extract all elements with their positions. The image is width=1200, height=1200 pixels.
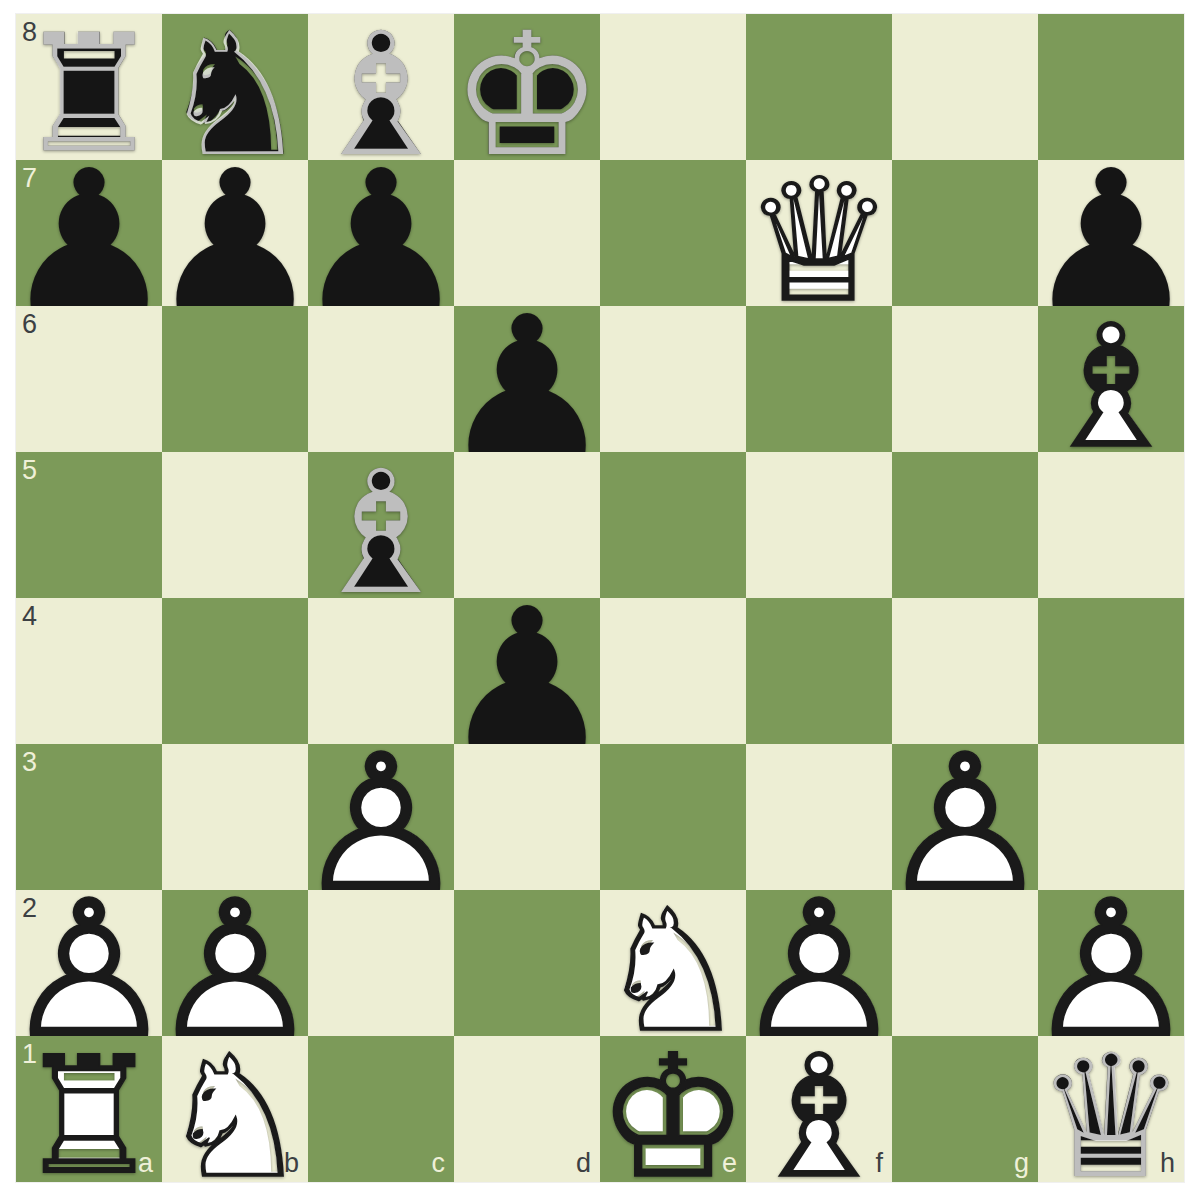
square-g6[interactable] xyxy=(892,306,1038,452)
white-bishop[interactable]: ♝♗ xyxy=(746,1036,892,1182)
piece-outline-glyph: ♗ xyxy=(1038,314,1184,460)
piece-outline-glyph: ♕ xyxy=(1038,1044,1184,1190)
white-pawn[interactable]: ♟♙ xyxy=(308,744,454,890)
square-d6[interactable]: ♟ xyxy=(454,306,600,452)
square-d4[interactable]: ♟ xyxy=(454,598,600,744)
square-h1[interactable]: h♛♕ xyxy=(1038,1036,1184,1182)
rank-label-4: 4 xyxy=(22,603,37,630)
piece-outline-glyph: ♗ xyxy=(308,460,454,606)
square-c5[interactable]: ♝♗ xyxy=(308,452,454,598)
file-label-g: g xyxy=(1014,1150,1029,1177)
square-f2[interactable]: ♟♙ xyxy=(746,890,892,1036)
piece-outline-glyph: ♙ xyxy=(308,753,454,899)
square-g2[interactable] xyxy=(892,890,1038,1036)
piece-outline-glyph: ♔ xyxy=(454,22,600,168)
square-d1[interactable]: d xyxy=(454,1036,600,1182)
square-e5[interactable] xyxy=(600,452,746,598)
white-pawn[interactable]: ♟♙ xyxy=(162,890,308,1036)
piece-outline-glyph: ♙ xyxy=(892,753,1038,899)
square-h5[interactable] xyxy=(1038,452,1184,598)
black-pawn[interactable]: ♟ xyxy=(454,306,600,452)
black-king[interactable]: ♚♔ xyxy=(454,14,600,160)
square-e7[interactable] xyxy=(600,160,746,306)
file-label-d: d xyxy=(576,1150,591,1177)
piece-outline-glyph: ♗ xyxy=(746,1044,892,1190)
square-e8[interactable] xyxy=(600,14,746,160)
white-pawn[interactable]: ♟♙ xyxy=(1038,890,1184,1036)
white-knight[interactable]: ♞♘ xyxy=(162,1036,308,1182)
square-c3[interactable]: ♟♙ xyxy=(308,744,454,890)
square-g5[interactable] xyxy=(892,452,1038,598)
white-knight[interactable]: ♞♘ xyxy=(600,890,746,1036)
chess-board: 8♜♖♞♘♝♗♚♔7♟♟♟♛♕♟6♟♝♗5♝♗4♟3♟♙♟♙2♟♙♟♙♞♘♟♙♟… xyxy=(16,14,1184,1182)
square-e3[interactable] xyxy=(600,744,746,890)
white-pawn[interactable]: ♟♙ xyxy=(16,890,162,1036)
piece-outline-glyph: ♖ xyxy=(16,1043,162,1189)
black-queen[interactable]: ♛♕ xyxy=(1038,1036,1184,1182)
square-d3[interactable] xyxy=(454,744,600,890)
black-pawn[interactable]: ♟ xyxy=(1038,160,1184,306)
square-a1[interactable]: 1a♜♖ xyxy=(16,1036,162,1182)
square-b2[interactable]: ♟♙ xyxy=(162,890,308,1036)
black-pawn[interactable]: ♟ xyxy=(454,598,600,744)
square-d8[interactable]: ♚♔ xyxy=(454,14,600,160)
square-f8[interactable] xyxy=(746,14,892,160)
black-pawn[interactable]: ♟ xyxy=(308,160,454,306)
white-king[interactable]: ♚♔ xyxy=(600,1036,746,1182)
square-a4[interactable]: 4 xyxy=(16,598,162,744)
piece-outline-glyph: ♘ xyxy=(162,1044,308,1190)
square-a5[interactable]: 5 xyxy=(16,452,162,598)
square-g8[interactable] xyxy=(892,14,1038,160)
white-pawn[interactable]: ♟♙ xyxy=(892,744,1038,890)
square-f7[interactable]: ♛♕ xyxy=(746,160,892,306)
square-b5[interactable] xyxy=(162,452,308,598)
square-c6[interactable] xyxy=(308,306,454,452)
square-g3[interactable]: ♟♙ xyxy=(892,744,1038,890)
square-a7[interactable]: 7♟ xyxy=(16,160,162,306)
black-pawn[interactable]: ♟ xyxy=(16,160,162,306)
square-e1[interactable]: e♚♔ xyxy=(600,1036,746,1182)
rank-label-6: 6 xyxy=(22,311,37,338)
square-e2[interactable]: ♞♘ xyxy=(600,890,746,1036)
piece-fill-glyph: ♟ xyxy=(308,169,454,315)
square-a2[interactable]: 2♟♙ xyxy=(16,890,162,1036)
square-b4[interactable] xyxy=(162,598,308,744)
square-g1[interactable]: g xyxy=(892,1036,1038,1182)
square-c7[interactable]: ♟ xyxy=(308,160,454,306)
square-h4[interactable] xyxy=(1038,598,1184,744)
file-label-c: c xyxy=(432,1150,446,1177)
piece-fill-glyph: ♟ xyxy=(454,315,600,461)
square-h6[interactable]: ♝♗ xyxy=(1038,306,1184,452)
square-h7[interactable]: ♟ xyxy=(1038,160,1184,306)
black-pawn[interactable]: ♟ xyxy=(162,160,308,306)
square-e4[interactable] xyxy=(600,598,746,744)
square-f1[interactable]: f♝♗ xyxy=(746,1036,892,1182)
white-pawn[interactable]: ♟♙ xyxy=(746,890,892,1036)
rank-label-5: 5 xyxy=(22,457,37,484)
square-c2[interactable] xyxy=(308,890,454,1036)
square-h2[interactable]: ♟♙ xyxy=(1038,890,1184,1036)
square-b1[interactable]: b♞♘ xyxy=(162,1036,308,1182)
square-b6[interactable] xyxy=(162,306,308,452)
piece-outline-glyph: ♕ xyxy=(746,168,892,314)
square-f5[interactable] xyxy=(746,452,892,598)
rank-label-3: 3 xyxy=(22,749,37,776)
white-queen[interactable]: ♛♕ xyxy=(746,160,892,306)
black-bishop[interactable]: ♝♗ xyxy=(308,452,454,598)
white-rook[interactable]: ♜♖ xyxy=(16,1036,162,1182)
piece-fill-glyph: ♟ xyxy=(16,169,162,315)
square-b7[interactable]: ♟ xyxy=(162,160,308,306)
square-a6[interactable]: 6 xyxy=(16,306,162,452)
piece-fill-glyph: ♟ xyxy=(162,169,308,315)
white-bishop[interactable]: ♝♗ xyxy=(1038,306,1184,452)
square-d2[interactable] xyxy=(454,890,600,1036)
piece-outline-glyph: ♔ xyxy=(600,1044,746,1190)
piece-fill-glyph: ♟ xyxy=(454,607,600,753)
square-f4[interactable] xyxy=(746,598,892,744)
square-c1[interactable]: c xyxy=(308,1036,454,1182)
square-g7[interactable] xyxy=(892,160,1038,306)
square-e6[interactable] xyxy=(600,306,746,452)
square-f6[interactable] xyxy=(746,306,892,452)
